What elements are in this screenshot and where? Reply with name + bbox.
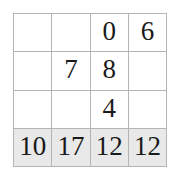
page: 0678410171212 (0, 0, 180, 180)
empty-cell-r2c1[interactable] (14, 52, 51, 89)
sum-cell-col1: 10 (14, 129, 51, 166)
empty-cell-r1c2[interactable] (52, 14, 89, 51)
sum-cell-col3: 12 (91, 129, 128, 166)
empty-cell-r2c4[interactable] (129, 52, 166, 89)
given-cell-r2c2: 7 (52, 52, 89, 89)
given-cell-r1c4: 6 (129, 14, 166, 51)
empty-cell-r3c4[interactable] (129, 91, 166, 128)
given-cell-r2c3: 8 (91, 52, 128, 89)
sum-cell-col2: 17 (52, 129, 89, 166)
empty-cell-r3c2[interactable] (52, 91, 89, 128)
empty-cell-r1c1[interactable] (14, 14, 51, 51)
given-cell-r1c3: 0 (91, 14, 128, 51)
puzzle-grid: 0678410171212 (13, 13, 167, 167)
given-cell-r3c3: 4 (91, 91, 128, 128)
sum-cell-col4: 12 (129, 129, 166, 166)
empty-cell-r3c1[interactable] (14, 91, 51, 128)
